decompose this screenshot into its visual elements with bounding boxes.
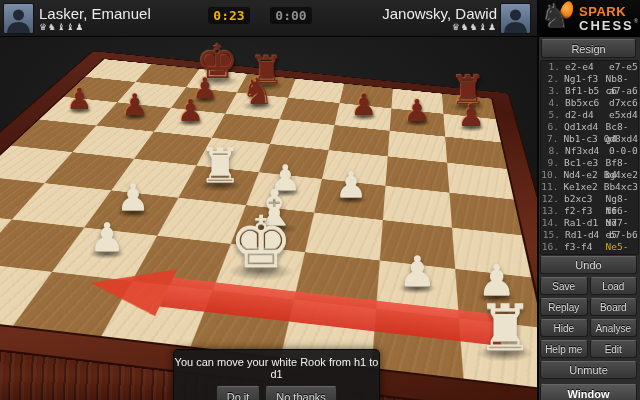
board-scene: ♚♜♟♞♜♟♟♟♟♟♟♜♟♟♟♝♟♟♚♟♟♜ xyxy=(0,0,537,400)
white-move: Bb5xc6 xyxy=(565,97,609,109)
black-piece-g7[interactable]: ♟ xyxy=(402,96,432,126)
move-number: 15. xyxy=(541,229,560,241)
white-player-name: Lasker, Emanuel xyxy=(39,5,151,22)
replay-button[interactable]: Replay xyxy=(540,298,588,316)
move-row[interactable]: 1.e2-e4e7-e5 xyxy=(541,61,638,73)
white-move: Nb1-c3 xyxy=(563,133,603,145)
white-piece-e2[interactable]: ♚ xyxy=(225,207,297,279)
white-move: Ke1xe2 xyxy=(563,181,603,193)
no-thanks-button[interactable]: No thanks xyxy=(265,386,337,400)
black-captured-tray: ♛♞♞♝♟ xyxy=(452,22,497,32)
piece-layer: ♚♜♟♞♜♟♟♟♟♟♟♜♟♟♟♝♟♟♚♟♟♜ xyxy=(0,0,537,400)
move-number: 13. xyxy=(541,205,559,217)
black-move: Bf8-b4 xyxy=(606,157,638,169)
analyse-button[interactable]: Analyse xyxy=(590,319,638,337)
black-move: a7-a6 xyxy=(609,85,638,97)
sparkchess-app: ♚♜♟♞♜♟♟♟♟♟♟♜♟♟♟♝♟♟♚♟♟♜ Lasker, Emanuel ♛… xyxy=(0,0,640,400)
unmute-button[interactable]: Unmute xyxy=(540,361,637,379)
black-move: Nf6-d7 xyxy=(606,205,638,217)
white-piece-c3[interactable]: ♟ xyxy=(115,180,152,217)
resign-button[interactable]: Resign xyxy=(541,39,636,58)
black-piece-a6[interactable]: ♟ xyxy=(65,85,94,114)
move-row[interactable]: 4.Bb5xc6d7xc6 xyxy=(541,97,638,109)
black-player-name: Janowsky, Dawid xyxy=(382,5,497,22)
white-move: b2xc3 xyxy=(564,193,606,205)
white-move: Ng1-f3 xyxy=(564,73,606,85)
black-move: Ne5-d7 xyxy=(606,241,638,253)
hint-tooltip: You can move your white Rook from h1 to … xyxy=(173,349,380,400)
hint-message: You can move your white Rook from h1 to … xyxy=(174,356,379,380)
sidebar-buttons: Undo Save Load Replay Board Style Hide H… xyxy=(540,256,637,400)
move-row[interactable]: 15.Rd1-d4b7-b6 xyxy=(541,229,638,241)
black-piece-d7[interactable]: ♞ xyxy=(240,74,276,110)
help-me-button[interactable]: Help me xyxy=(540,340,588,358)
black-piece-f7[interactable]: ♟ xyxy=(349,90,379,120)
black-piece-b6[interactable]: ♟ xyxy=(120,90,150,120)
move-row[interactable]: 8.Nf3xd40-0-0 xyxy=(541,145,638,157)
black-piece-h7[interactable]: ♟ xyxy=(456,101,487,132)
white-player-avatar xyxy=(3,3,34,34)
black-move: b7-b6 xyxy=(609,229,638,241)
move-number: 10. xyxy=(541,169,558,181)
black-move: d7xc6 xyxy=(609,97,638,109)
white-clock: 0:23 xyxy=(208,7,250,24)
white-move: Qd1xd4 xyxy=(564,121,606,133)
move-number: 7. xyxy=(541,133,558,145)
knight-logo-icon: ♞ xyxy=(541,0,571,35)
move-row[interactable]: 13.f2-f3Nf6-d7 xyxy=(541,205,638,217)
white-move: f3-f4 xyxy=(564,241,606,253)
black-move: Bb4xc3 xyxy=(604,181,638,193)
undo-button[interactable]: Undo xyxy=(540,256,637,274)
move-number: 3. xyxy=(541,85,560,97)
black-clock: 0:00 xyxy=(270,7,312,24)
move-row[interactable]: 11.Ke1xe2Bb4xc3 xyxy=(541,181,638,193)
white-move: Nf3xd4 xyxy=(565,145,609,157)
white-move: Bc1-e3 xyxy=(564,157,606,169)
move-row[interactable]: 10.Nd4-e2Bg4xe2 xyxy=(541,169,638,181)
white-piece-f4[interactable]: ♟ xyxy=(333,167,369,203)
black-move: Bc8-g4 xyxy=(606,121,638,133)
do-it-button[interactable]: Do it xyxy=(216,386,260,400)
person-icon xyxy=(504,7,527,33)
move-row[interactable]: 2.Ng1-f3Nb8-c6 xyxy=(541,73,638,85)
person-icon xyxy=(7,7,30,33)
logo-spark: SPARK xyxy=(579,4,626,19)
move-row[interactable]: 6.Qd1xd4Bc8-g4 xyxy=(541,121,638,133)
hide-hints-button[interactable]: Hide Hints xyxy=(540,319,588,337)
white-move: Ra1-d1 xyxy=(564,217,606,229)
white-move: Bf1-b5 xyxy=(565,85,609,97)
black-move: Bg4xe2 xyxy=(604,169,638,181)
move-row[interactable]: 5.d2-d4e5xd4 xyxy=(541,109,638,121)
move-number: 6. xyxy=(541,121,559,133)
move-row[interactable]: 12.b2xc3Ng8-f6 xyxy=(541,193,638,205)
save-button[interactable]: Save xyxy=(540,277,588,295)
black-move: Ng8-f6 xyxy=(606,193,638,205)
move-number: 9. xyxy=(541,157,559,169)
move-number: 1. xyxy=(541,61,560,73)
move-number: 8. xyxy=(541,145,560,157)
top-bar: Lasker, Emanuel ♛♞♝♝♟ 0:23 0:00 Janowsky… xyxy=(0,0,537,37)
black-move: 0-0-0 xyxy=(609,145,638,157)
move-list[interactable]: 1.e2-e4e7-e52.Ng1-f3Nb8-c63.Bf1-b5a7-a64… xyxy=(540,60,639,255)
board-style-button[interactable]: Board Style xyxy=(590,298,638,316)
move-row[interactable]: 16.f3-f4Ne5-d7 xyxy=(541,241,638,253)
move-row[interactable]: 3.Bf1-b5a7-a6 xyxy=(541,85,638,97)
black-piece-c6[interactable]: ♟ xyxy=(176,96,206,126)
white-move: f2-f3 xyxy=(564,205,606,217)
registered-mark: ® xyxy=(634,18,638,24)
move-row[interactable]: 7.Nb1-c3Qd8xd4 xyxy=(541,133,638,145)
edit-board-button[interactable]: Edit Board xyxy=(590,340,638,358)
move-number: 4. xyxy=(541,97,560,109)
black-move: e7-e5 xyxy=(609,61,638,73)
move-number: 5. xyxy=(541,109,560,121)
move-number: 2. xyxy=(541,73,559,85)
move-row[interactable]: 14.Ra1-d1Nd7-e5 xyxy=(541,217,638,229)
move-number: 12. xyxy=(541,193,559,205)
window-button[interactable]: Window xyxy=(540,384,637,400)
white-piece-g2[interactable]: ♟ xyxy=(396,251,438,293)
black-move: Nb8-c6 xyxy=(606,73,638,85)
white-move: d2-d4 xyxy=(565,109,609,121)
white-piece-d4[interactable]: ♜ xyxy=(196,142,244,190)
black-move: e5xd4 xyxy=(609,109,638,121)
logo-chess: CHESS® xyxy=(579,18,638,33)
white-move: Rd1-d4 xyxy=(565,229,609,241)
black-move: Nd7-e5 xyxy=(606,217,638,229)
white-captured-tray: ♛♞♝♝♟ xyxy=(39,22,84,32)
white-move: Nd4-e2 xyxy=(563,169,603,181)
load-button[interactable]: Load xyxy=(590,277,638,295)
white-move: e2-e4 xyxy=(565,61,609,73)
white-piece-c2[interactable]: ♟ xyxy=(87,218,127,258)
move-number: 16. xyxy=(541,241,559,253)
white-piece-h1[interactable]: ♜ xyxy=(473,296,537,360)
move-row[interactable]: 9.Bc1-e3Bf8-b4 xyxy=(541,157,638,169)
black-move: Qd8xd4 xyxy=(604,133,638,145)
black-player-avatar xyxy=(500,3,531,34)
move-number: 11. xyxy=(541,181,558,193)
sparkchess-logo: ♞ SPARK CHESS® xyxy=(539,0,640,37)
move-number: 14. xyxy=(541,217,559,229)
